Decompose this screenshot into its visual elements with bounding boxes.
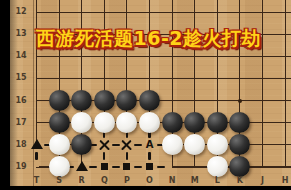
white-stone-P17[interactable] bbox=[116, 112, 137, 133]
connector-dash bbox=[35, 152, 37, 160]
black-stone-R16[interactable] bbox=[71, 90, 92, 111]
col-label-J: J bbox=[255, 176, 271, 186]
triangle-marker-R19[interactable] bbox=[76, 161, 88, 171]
col-label-N: N bbox=[164, 176, 180, 186]
row-label-15: 15 bbox=[12, 73, 30, 83]
row-label-17: 17 bbox=[12, 118, 30, 128]
letter-marker-O18[interactable]: A bbox=[144, 139, 156, 150]
col-label-Q: Q bbox=[96, 176, 112, 186]
black-stone-S16[interactable] bbox=[49, 90, 70, 111]
row-label-13: 13 bbox=[12, 29, 30, 39]
connector-dash bbox=[134, 144, 142, 146]
white-stone-L19[interactable] bbox=[207, 156, 228, 177]
col-label-K: K bbox=[232, 176, 248, 186]
col-label-H: H bbox=[277, 176, 291, 186]
row-label-12: 12 bbox=[12, 7, 30, 17]
white-stone-O17[interactable] bbox=[139, 112, 160, 133]
bottom-black-bar bbox=[0, 186, 291, 190]
col-label-O: O bbox=[142, 176, 158, 186]
star-point-K16 bbox=[238, 99, 242, 103]
left-black-bar bbox=[0, 0, 10, 190]
black-stone-Q16[interactable] bbox=[94, 90, 115, 111]
white-stone-L18[interactable] bbox=[207, 134, 228, 155]
grid-line-row-12 bbox=[36, 12, 291, 13]
connector-dash bbox=[126, 152, 128, 160]
screenshot-root: A1213141516171819TSRQPONMLKJH 西游死活题16-2趁… bbox=[0, 0, 291, 190]
col-label-M: M bbox=[187, 176, 203, 186]
triangle-marker-T18[interactable] bbox=[31, 139, 43, 149]
grid-line-row-15 bbox=[36, 78, 291, 79]
white-stone-S18[interactable] bbox=[49, 134, 70, 155]
white-stone-R17[interactable] bbox=[71, 112, 92, 133]
problem-title: 西游死活题16-2趁火打劫 bbox=[36, 26, 256, 52]
connector-dash bbox=[157, 166, 165, 168]
black-stone-K18[interactable] bbox=[229, 134, 250, 155]
black-stone-S17[interactable] bbox=[49, 112, 70, 133]
black-stone-K17[interactable] bbox=[229, 112, 250, 133]
col-label-P: P bbox=[119, 176, 135, 186]
black-stone-N17[interactable] bbox=[162, 112, 183, 133]
white-stone-M18[interactable] bbox=[184, 134, 205, 155]
row-label-16: 16 bbox=[12, 96, 30, 106]
connector-dash bbox=[148, 152, 150, 160]
square-marker-Q19[interactable] bbox=[101, 163, 108, 170]
grid-line-col-J bbox=[262, 0, 263, 168]
row-label-18: 18 bbox=[12, 140, 30, 150]
connector-dash bbox=[112, 166, 120, 168]
connector-dash bbox=[89, 166, 97, 168]
row-label-14: 14 bbox=[12, 51, 30, 61]
square-marker-O19[interactable] bbox=[146, 163, 153, 170]
cross-marker-P18[interactable] bbox=[121, 139, 132, 150]
col-label-S: S bbox=[51, 176, 67, 186]
black-stone-L17[interactable] bbox=[207, 112, 228, 133]
black-stone-M17[interactable] bbox=[184, 112, 205, 133]
black-stone-P16[interactable] bbox=[116, 90, 137, 111]
row-label-19: 19 bbox=[12, 162, 30, 172]
white-stone-Q17[interactable] bbox=[94, 112, 115, 133]
white-stone-N18[interactable] bbox=[162, 134, 183, 155]
connector-dash bbox=[134, 166, 142, 168]
cross-marker-Q18[interactable] bbox=[99, 139, 110, 150]
white-stone-S19[interactable] bbox=[49, 156, 70, 177]
grid-line-col-H bbox=[285, 0, 286, 168]
black-stone-K19[interactable] bbox=[229, 156, 250, 177]
black-stone-R18[interactable] bbox=[71, 134, 92, 155]
col-label-L: L bbox=[209, 176, 225, 186]
connector-dash bbox=[112, 144, 120, 146]
black-stone-O16[interactable] bbox=[139, 90, 160, 111]
square-marker-P19[interactable] bbox=[123, 163, 130, 170]
col-label-T: T bbox=[29, 176, 45, 186]
grid-line-row-14 bbox=[36, 56, 291, 57]
col-label-R: R bbox=[74, 176, 90, 186]
